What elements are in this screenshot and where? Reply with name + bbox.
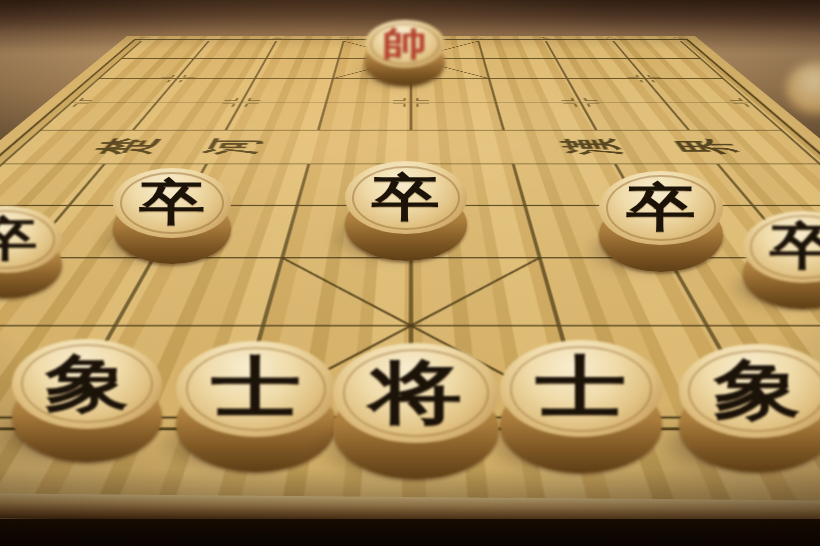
black-soldier-file3[interactable]: 卒: [113, 168, 231, 265]
piece-glyph: 将: [333, 356, 499, 430]
edge-number: 一: [139, 36, 152, 38]
piece-glyph: 卒: [345, 171, 467, 225]
edge-number: 六: [472, 36, 484, 38]
piece-glyph: 卒: [599, 180, 723, 235]
river-char-jie: 界: [666, 138, 749, 155]
edge-number: 八: [604, 36, 617, 38]
river-char-han: 漢: [554, 138, 631, 155]
piece-glyph: 帥: [365, 26, 445, 61]
xiangqi-photo-scene: 楚 河 漢 界 一二三四五六七八九 帥卒卒卒卒卒象士将士象: [0, 0, 820, 546]
offboard-blurred-piece[interactable]: [786, 62, 820, 114]
black-general[interactable]: 将: [333, 343, 499, 479]
edge-number: 七: [538, 36, 550, 38]
edge-number: 九: [671, 36, 685, 38]
red-general[interactable]: 帥: [365, 20, 445, 86]
piece-glyph: 卒: [113, 177, 231, 229]
piece-glyph: 士: [500, 353, 662, 425]
piece-glyph: 象: [679, 356, 820, 425]
table-shadow-band: [0, 519, 820, 546]
river-inscription: 楚 河 漢 界: [85, 138, 748, 155]
black-elephant-right[interactable]: 象: [679, 344, 820, 472]
black-soldier-file9[interactable]: 卒: [743, 211, 820, 309]
piece-glyph: 卒: [0, 215, 62, 265]
edge-number: 二: [206, 36, 218, 38]
black-soldier-file5[interactable]: 卒: [345, 161, 467, 261]
edge-number: 四: [339, 36, 350, 38]
river-char-chu: 楚: [85, 138, 167, 155]
black-soldier-file7[interactable]: 卒: [599, 171, 723, 273]
piece-glyph: 卒: [743, 220, 820, 273]
river-char-he: 河: [194, 138, 271, 155]
black-soldier-file1[interactable]: 卒: [0, 206, 62, 298]
piece-glyph: 象: [12, 351, 162, 417]
edge-number: 三: [272, 36, 283, 38]
piece-glyph: 士: [176, 353, 336, 424]
